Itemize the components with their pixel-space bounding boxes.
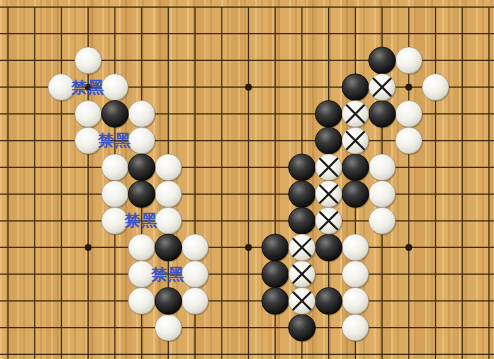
black-stone: [289, 154, 316, 181]
black-stone: [315, 288, 342, 315]
white-stone: [128, 100, 155, 127]
white-stone: [182, 234, 209, 261]
white-stone: [369, 181, 396, 208]
black-stone: [262, 261, 289, 288]
black-stone: [369, 100, 396, 127]
black-stone: [315, 127, 342, 154]
white-stone: [101, 181, 128, 208]
white-stone: [182, 261, 209, 288]
white-stone: [155, 314, 182, 341]
white-stone: [128, 288, 155, 315]
white-stone: [75, 100, 102, 127]
forbidden-black-label: 禁黑: [70, 78, 105, 97]
black-stone: [369, 47, 396, 74]
go-board-overlay[interactable]: 禁黑禁黑禁黑禁黑: [0, 0, 494, 359]
star-point: [245, 244, 252, 251]
black-stone: [289, 207, 316, 234]
star-point: [85, 244, 92, 251]
white-stone: [395, 47, 422, 74]
white-stone: [342, 288, 369, 315]
star-point: [405, 84, 412, 91]
white-stone: [182, 288, 209, 315]
white-stone: [369, 207, 396, 234]
white-stone: [128, 127, 155, 154]
white-stone: [342, 261, 369, 288]
white-stone: [101, 74, 128, 101]
white-stone: [155, 181, 182, 208]
white-stone: [155, 154, 182, 181]
black-stone: [101, 100, 128, 127]
white-stone: [101, 154, 128, 181]
go-board[interactable]: 禁黑禁黑禁黑禁黑: [0, 0, 494, 359]
white-stone: [395, 127, 422, 154]
white-stone: [422, 74, 449, 101]
white-stone: [395, 100, 422, 127]
forbidden-black-label: 禁黑: [150, 265, 185, 284]
white-stone: [369, 154, 396, 181]
black-stone: [289, 181, 316, 208]
black-stone: [342, 154, 369, 181]
black-stone: [155, 234, 182, 261]
forbidden-black-label: 禁黑: [97, 131, 132, 150]
black-stone: [128, 154, 155, 181]
black-stone: [128, 181, 155, 208]
black-stone: [342, 181, 369, 208]
black-stone: [289, 314, 316, 341]
black-stone: [315, 100, 342, 127]
black-stone: [315, 234, 342, 261]
black-stone: [262, 234, 289, 261]
white-stone: [342, 234, 369, 261]
white-stone: [128, 234, 155, 261]
black-stone: [262, 288, 289, 315]
white-stone: [155, 207, 182, 234]
black-stone: [155, 288, 182, 315]
star-point: [245, 84, 252, 91]
white-stone: [75, 47, 102, 74]
black-stone: [342, 74, 369, 101]
white-stone: [342, 314, 369, 341]
forbidden-black-label: 禁黑: [124, 211, 159, 230]
star-point: [405, 244, 412, 251]
